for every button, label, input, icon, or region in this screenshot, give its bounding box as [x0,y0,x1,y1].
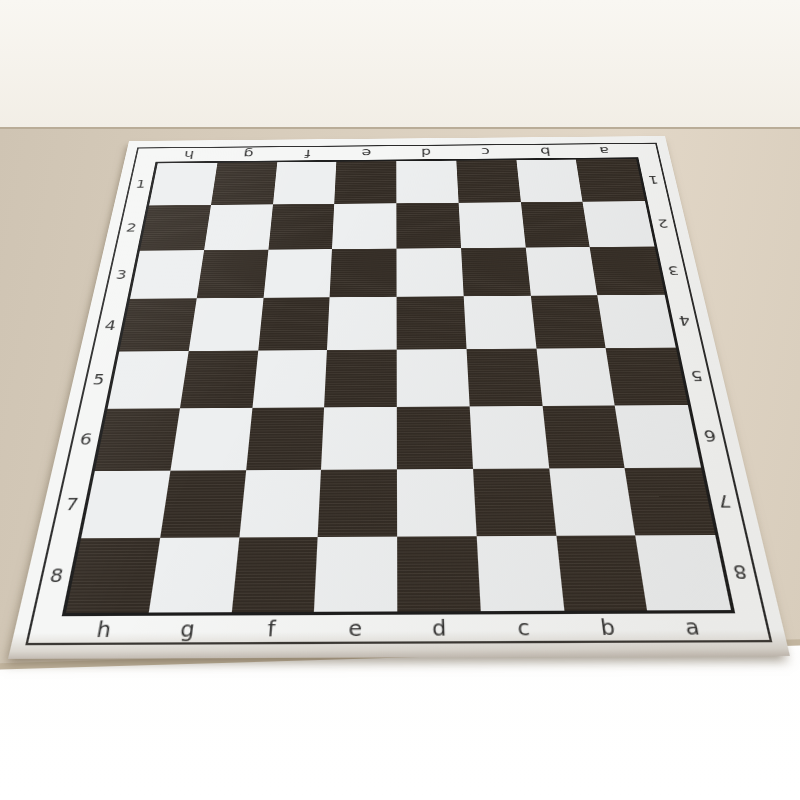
square-e8 [314,537,397,612]
square-a3 [590,246,665,295]
square-a2 [583,201,655,247]
square-c7 [473,468,556,536]
square-b4 [530,295,605,348]
square-g4 [188,298,263,351]
square-a7 [625,467,716,536]
square-e5 [324,350,396,408]
square-b1 [516,160,583,203]
file-label: d [397,614,482,641]
square-d3 [396,248,463,297]
square-h6 [95,408,180,471]
chessboard-sheet: hgfedcba hgfedcba 12345678 12345678 [8,136,790,659]
photo-scene: hgfedcba hgfedcba 12345678 12345678 [0,0,800,800]
square-b6 [542,405,625,468]
square-c2 [458,202,525,248]
square-a6 [615,405,701,468]
square-c5 [466,349,542,407]
square-f1 [273,162,337,204]
square-c4 [463,296,536,349]
square-d8 [397,536,480,611]
square-g7 [160,470,246,538]
file-label: f [277,147,337,161]
square-f2 [268,204,334,250]
square-e2 [332,203,396,249]
file-label: a [574,144,636,158]
square-b7 [549,468,636,536]
square-b3 [525,247,597,296]
background-top-wall [0,0,800,129]
file-label: g [217,147,278,161]
square-g8 [148,538,238,613]
chessboard-grid [66,159,731,613]
square-e1 [334,161,396,203]
square-h1 [149,163,217,205]
square-d2 [396,203,460,249]
file-label: e [337,146,397,160]
file-label: g [144,615,231,642]
square-c6 [469,406,548,469]
square-h3 [130,250,204,299]
square-g1 [211,162,277,204]
square-a5 [606,348,688,406]
file-label: e [313,615,398,642]
square-e6 [321,407,397,470]
square-h4 [119,298,196,351]
square-d1 [396,161,458,204]
square-h7 [81,470,170,538]
square-c3 [461,247,531,296]
square-d7 [397,468,476,536]
square-b8 [556,536,647,611]
file-label: a [648,613,737,640]
square-g2 [204,204,273,250]
file-label: f [228,615,314,642]
square-h2 [140,205,211,251]
file-label: b [514,145,575,159]
file-label: h [60,616,148,643]
square-a8 [636,535,731,610]
file-label: h [158,148,219,162]
square-g3 [196,249,268,298]
square-c1 [456,160,520,203]
square-b2 [520,202,589,248]
square-f3 [263,249,332,298]
square-f4 [258,297,330,350]
file-label: c [481,614,567,641]
coords-bottom: hgfedcba [60,613,738,643]
square-d4 [397,296,467,349]
square-c8 [476,536,563,611]
square-f6 [246,407,325,470]
file-label: d [396,146,456,160]
square-f5 [252,350,327,408]
square-b5 [536,348,615,406]
square-e7 [318,469,397,537]
square-h5 [108,351,189,409]
square-f7 [239,469,321,537]
file-label: c [455,145,516,159]
square-e3 [330,248,397,297]
file-label: b [564,614,652,641]
square-g5 [180,351,258,409]
square-d5 [397,349,470,407]
square-g6 [170,408,252,471]
square-a1 [576,159,645,202]
square-d6 [397,406,473,469]
square-h8 [66,538,160,613]
square-e4 [327,297,397,350]
square-f8 [231,537,318,612]
square-a4 [598,295,676,348]
